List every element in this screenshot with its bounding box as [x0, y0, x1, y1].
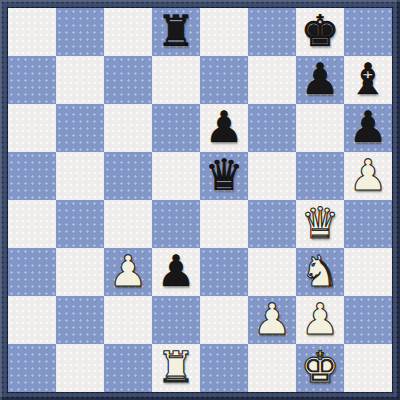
square-e8[interactable]: [200, 8, 248, 56]
white-knight-g3[interactable]: ♞: [301, 250, 340, 293]
square-c5[interactable]: [104, 152, 152, 200]
white-king-g1[interactable]: ♚: [301, 346, 340, 389]
black-pawn-e6[interactable]: ♟: [205, 106, 244, 149]
white-pawn-g2[interactable]: ♟: [301, 298, 340, 341]
square-e6[interactable]: ♟: [200, 104, 248, 152]
square-g7[interactable]: ♟: [296, 56, 344, 104]
black-king-g8[interactable]: ♚: [301, 10, 340, 53]
square-f7[interactable]: [248, 56, 296, 104]
square-a7[interactable]: [8, 56, 56, 104]
square-b4[interactable]: [56, 200, 104, 248]
square-g1[interactable]: ♚: [296, 344, 344, 392]
square-a3[interactable]: [8, 248, 56, 296]
square-a8[interactable]: [8, 8, 56, 56]
white-queen-g4[interactable]: ♛: [301, 202, 340, 245]
square-e4[interactable]: [200, 200, 248, 248]
square-g3[interactable]: ♞: [296, 248, 344, 296]
square-c6[interactable]: [104, 104, 152, 152]
square-h7[interactable]: ♝: [344, 56, 392, 104]
square-c3[interactable]: ♟: [104, 248, 152, 296]
square-d8[interactable]: ♜: [152, 8, 200, 56]
square-f3[interactable]: [248, 248, 296, 296]
square-h6[interactable]: ♟: [344, 104, 392, 152]
square-h2[interactable]: [344, 296, 392, 344]
chess-board: ♜♚♟♝♟♟♛♟♛♟♟♞♟♟♜♚: [8, 8, 392, 392]
square-e2[interactable]: [200, 296, 248, 344]
white-pawn-f2[interactable]: ♟: [253, 298, 292, 341]
square-h4[interactable]: [344, 200, 392, 248]
square-h3[interactable]: [344, 248, 392, 296]
square-d5[interactable]: [152, 152, 200, 200]
square-a1[interactable]: [8, 344, 56, 392]
black-bishop-h7[interactable]: ♝: [349, 58, 388, 101]
chess-board-frame: ♜♚♟♝♟♟♛♟♛♟♟♞♟♟♜♚: [0, 0, 400, 400]
square-f5[interactable]: [248, 152, 296, 200]
square-f2[interactable]: ♟: [248, 296, 296, 344]
square-c2[interactable]: [104, 296, 152, 344]
white-pawn-h5[interactable]: ♟: [349, 154, 388, 197]
square-c4[interactable]: [104, 200, 152, 248]
square-h5[interactable]: ♟: [344, 152, 392, 200]
square-e5[interactable]: ♛: [200, 152, 248, 200]
square-f6[interactable]: [248, 104, 296, 152]
square-c8[interactable]: [104, 8, 152, 56]
black-pawn-h6[interactable]: ♟: [349, 106, 388, 149]
square-h8[interactable]: [344, 8, 392, 56]
square-d3[interactable]: ♟: [152, 248, 200, 296]
square-f4[interactable]: [248, 200, 296, 248]
square-g5[interactable]: [296, 152, 344, 200]
square-g4[interactable]: ♛: [296, 200, 344, 248]
square-c1[interactable]: [104, 344, 152, 392]
square-a5[interactable]: [8, 152, 56, 200]
square-h1[interactable]: [344, 344, 392, 392]
square-g2[interactable]: ♟: [296, 296, 344, 344]
black-queen-e5[interactable]: ♛: [205, 154, 244, 197]
square-g8[interactable]: ♚: [296, 8, 344, 56]
square-e1[interactable]: [200, 344, 248, 392]
square-d7[interactable]: [152, 56, 200, 104]
square-e7[interactable]: [200, 56, 248, 104]
square-b3[interactable]: [56, 248, 104, 296]
square-d4[interactable]: [152, 200, 200, 248]
square-a4[interactable]: [8, 200, 56, 248]
black-pawn-g7[interactable]: ♟: [301, 58, 340, 101]
black-rook-d8[interactable]: ♜: [157, 10, 196, 53]
square-f8[interactable]: [248, 8, 296, 56]
square-b5[interactable]: [56, 152, 104, 200]
square-b1[interactable]: [56, 344, 104, 392]
white-pawn-c3[interactable]: ♟: [109, 250, 148, 293]
square-b2[interactable]: [56, 296, 104, 344]
square-c7[interactable]: [104, 56, 152, 104]
square-a2[interactable]: [8, 296, 56, 344]
square-d1[interactable]: ♜: [152, 344, 200, 392]
square-a6[interactable]: [8, 104, 56, 152]
square-d6[interactable]: [152, 104, 200, 152]
black-pawn-d3[interactable]: ♟: [157, 250, 196, 293]
square-g6[interactable]: [296, 104, 344, 152]
square-f1[interactable]: [248, 344, 296, 392]
square-b7[interactable]: [56, 56, 104, 104]
square-b6[interactable]: [56, 104, 104, 152]
square-e3[interactable]: [200, 248, 248, 296]
square-b8[interactable]: [56, 8, 104, 56]
square-d2[interactable]: [152, 296, 200, 344]
white-rook-d1[interactable]: ♜: [157, 346, 196, 389]
